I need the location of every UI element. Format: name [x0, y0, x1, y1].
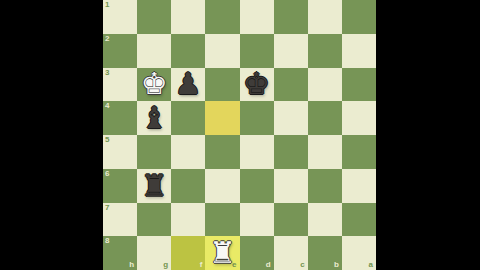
letterbox-right	[376, 0, 480, 270]
square-h6[interactable]: 6	[103, 169, 137, 203]
rank-label-7: 7	[105, 204, 109, 212]
square-f8[interactable]: f	[171, 236, 205, 270]
square-c2[interactable]	[274, 34, 308, 68]
square-e8[interactable]: e♜	[205, 236, 239, 270]
square-e1[interactable]	[205, 0, 239, 34]
square-b8[interactable]: b	[308, 236, 342, 270]
square-d7[interactable]	[240, 203, 274, 237]
square-a7[interactable]	[342, 203, 376, 237]
square-c8[interactable]: c	[274, 236, 308, 270]
square-a4[interactable]	[342, 101, 376, 135]
square-g2[interactable]	[137, 34, 171, 68]
square-a8[interactable]: a	[342, 236, 376, 270]
rank-label-3: 3	[105, 69, 109, 77]
square-b2[interactable]	[308, 34, 342, 68]
square-b1[interactable]	[308, 0, 342, 34]
square-f5[interactable]	[171, 135, 205, 169]
black-bishop[interactable]: ♝	[141, 103, 168, 133]
square-e2[interactable]	[205, 34, 239, 68]
file-label-d: d	[266, 261, 271, 269]
square-g3[interactable]: ♚	[137, 68, 171, 102]
square-c4[interactable]	[274, 101, 308, 135]
square-e4[interactable]	[205, 101, 239, 135]
square-c5[interactable]	[274, 135, 308, 169]
rank-label-2: 2	[105, 35, 109, 43]
square-a3[interactable]	[342, 68, 376, 102]
rank-label-5: 5	[105, 136, 109, 144]
rank-label-4: 4	[105, 102, 109, 110]
square-b5[interactable]	[308, 135, 342, 169]
black-king[interactable]: ♚	[243, 69, 270, 99]
square-g1[interactable]	[137, 0, 171, 34]
square-d1[interactable]	[240, 0, 274, 34]
square-a5[interactable]	[342, 135, 376, 169]
rank-label-1: 1	[105, 1, 109, 9]
letterbox-left	[0, 0, 103, 270]
square-d8[interactable]: d	[240, 236, 274, 270]
square-f2[interactable]	[171, 34, 205, 68]
square-a2[interactable]	[342, 34, 376, 68]
square-b6[interactable]	[308, 169, 342, 203]
square-g7[interactable]	[137, 203, 171, 237]
file-label-a: a	[369, 261, 373, 269]
square-f3[interactable]: ♟	[171, 68, 205, 102]
square-d5[interactable]	[240, 135, 274, 169]
square-g5[interactable]	[137, 135, 171, 169]
square-b3[interactable]	[308, 68, 342, 102]
file-label-f: f	[200, 261, 203, 269]
square-a6[interactable]	[342, 169, 376, 203]
square-a1[interactable]	[342, 0, 376, 34]
rank-label-8: 8	[105, 237, 109, 245]
square-e6[interactable]	[205, 169, 239, 203]
video-frame: 123♚♟♚4♝56♜78hgfe♜dcba	[0, 0, 480, 270]
square-e3[interactable]	[205, 68, 239, 102]
file-label-c: c	[300, 261, 304, 269]
file-label-b: b	[334, 261, 339, 269]
square-f6[interactable]	[171, 169, 205, 203]
square-c7[interactable]	[274, 203, 308, 237]
square-g6[interactable]: ♜	[137, 169, 171, 203]
square-e5[interactable]	[205, 135, 239, 169]
square-c3[interactable]	[274, 68, 308, 102]
square-b4[interactable]	[308, 101, 342, 135]
square-g4[interactable]: ♝	[137, 101, 171, 135]
white-king[interactable]: ♚	[141, 69, 168, 99]
black-rook[interactable]: ♜	[141, 171, 168, 201]
square-h4[interactable]: 4	[103, 101, 137, 135]
rank-label-6: 6	[105, 170, 109, 178]
file-label-h: h	[129, 261, 134, 269]
square-b7[interactable]	[308, 203, 342, 237]
square-h5[interactable]: 5	[103, 135, 137, 169]
square-c1[interactable]	[274, 0, 308, 34]
file-label-g: g	[163, 261, 168, 269]
square-d3[interactable]: ♚	[240, 68, 274, 102]
square-f7[interactable]	[171, 203, 205, 237]
square-d2[interactable]	[240, 34, 274, 68]
white-rook[interactable]: ♜	[209, 238, 236, 268]
square-h3[interactable]: 3	[103, 68, 137, 102]
square-e7[interactable]	[205, 203, 239, 237]
square-h2[interactable]: 2	[103, 34, 137, 68]
square-d4[interactable]	[240, 101, 274, 135]
black-pawn[interactable]: ♟	[175, 69, 202, 99]
square-h1[interactable]: 1	[103, 0, 137, 34]
square-g8[interactable]: g	[137, 236, 171, 270]
square-h8[interactable]: 8h	[103, 236, 137, 270]
square-f4[interactable]	[171, 101, 205, 135]
square-f1[interactable]	[171, 0, 205, 34]
square-c6[interactable]	[274, 169, 308, 203]
chess-board: 123♚♟♚4♝56♜78hgfe♜dcba	[103, 0, 376, 270]
square-d6[interactable]	[240, 169, 274, 203]
square-h7[interactable]: 7	[103, 203, 137, 237]
